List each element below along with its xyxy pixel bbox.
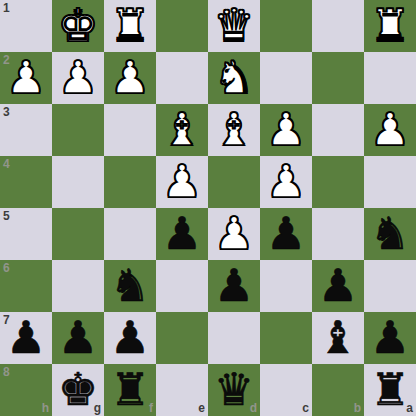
square-c5[interactable]: ♟ <box>260 208 312 260</box>
piece-white-bishop[interactable]: ♝ <box>162 107 202 152</box>
piece-white-pawn[interactable]: ♟ <box>110 55 150 100</box>
square-b5[interactable] <box>312 208 364 260</box>
piece-black-pawn[interactable]: ♟ <box>318 263 358 308</box>
piece-white-rook[interactable]: ♜ <box>110 3 150 48</box>
square-g1[interactable]: ♚ <box>52 0 104 52</box>
square-a2[interactable] <box>364 52 416 104</box>
square-a4[interactable] <box>364 156 416 208</box>
square-d2[interactable]: ♞ <box>208 52 260 104</box>
square-g6[interactable] <box>52 260 104 312</box>
piece-black-pawn[interactable]: ♟ <box>266 211 306 256</box>
square-h4[interactable]: 4 <box>0 156 52 208</box>
square-h2[interactable]: 2♟ <box>0 52 52 104</box>
piece-white-king[interactable]: ♚ <box>58 3 98 48</box>
piece-white-knight[interactable]: ♞ <box>214 55 254 100</box>
square-e5[interactable]: ♟ <box>156 208 208 260</box>
square-b7[interactable]: ♝ <box>312 312 364 364</box>
rank-label-4: 4 <box>3 158 10 170</box>
square-f6[interactable]: ♞ <box>104 260 156 312</box>
piece-white-pawn[interactable]: ♟ <box>266 107 306 152</box>
square-d1[interactable]: ♛ <box>208 0 260 52</box>
square-h5[interactable]: 5 <box>0 208 52 260</box>
square-e3[interactable]: ♝ <box>156 104 208 156</box>
square-b4[interactable] <box>312 156 364 208</box>
square-b2[interactable] <box>312 52 364 104</box>
rank-label-3: 3 <box>3 106 10 118</box>
square-d6[interactable]: ♟ <box>208 260 260 312</box>
square-c8[interactable]: c <box>260 364 312 416</box>
piece-black-queen[interactable]: ♛ <box>214 367 254 412</box>
rank-label-5: 5 <box>3 210 10 222</box>
square-d5[interactable]: ♟ <box>208 208 260 260</box>
square-d8[interactable]: d♛ <box>208 364 260 416</box>
square-f8[interactable]: f♜ <box>104 364 156 416</box>
square-a3[interactable]: ♟ <box>364 104 416 156</box>
piece-black-pawn[interactable]: ♟ <box>110 315 150 360</box>
piece-black-bishop[interactable]: ♝ <box>318 315 358 360</box>
square-a6[interactable] <box>364 260 416 312</box>
square-a5[interactable]: ♞ <box>364 208 416 260</box>
piece-white-rook[interactable]: ♜ <box>370 3 410 48</box>
square-e2[interactable] <box>156 52 208 104</box>
square-g4[interactable] <box>52 156 104 208</box>
square-d4[interactable] <box>208 156 260 208</box>
square-e8[interactable]: e <box>156 364 208 416</box>
square-h7[interactable]: 7♟ <box>0 312 52 364</box>
piece-white-pawn[interactable]: ♟ <box>6 55 46 100</box>
square-c3[interactable]: ♟ <box>260 104 312 156</box>
square-d7[interactable] <box>208 312 260 364</box>
square-a7[interactable]: ♟ <box>364 312 416 364</box>
square-c1[interactable] <box>260 0 312 52</box>
square-f1[interactable]: ♜ <box>104 0 156 52</box>
piece-white-pawn[interactable]: ♟ <box>214 211 254 256</box>
square-a1[interactable]: ♜ <box>364 0 416 52</box>
piece-black-pawn[interactable]: ♟ <box>162 211 202 256</box>
rank-label-1: 1 <box>3 2 10 14</box>
piece-white-pawn[interactable]: ♟ <box>370 107 410 152</box>
square-e4[interactable]: ♟ <box>156 156 208 208</box>
square-f2[interactable]: ♟ <box>104 52 156 104</box>
square-e6[interactable] <box>156 260 208 312</box>
square-g5[interactable] <box>52 208 104 260</box>
square-d3[interactable]: ♝ <box>208 104 260 156</box>
piece-black-rook[interactable]: ♜ <box>110 367 150 412</box>
square-f3[interactable] <box>104 104 156 156</box>
square-c6[interactable] <box>260 260 312 312</box>
piece-black-knight[interactable]: ♞ <box>370 211 410 256</box>
piece-black-pawn[interactable]: ♟ <box>58 315 98 360</box>
piece-white-queen[interactable]: ♛ <box>214 3 254 48</box>
piece-black-rook[interactable]: ♜ <box>370 367 410 412</box>
piece-white-pawn[interactable]: ♟ <box>58 55 98 100</box>
file-label-e: e <box>198 402 205 414</box>
square-b8[interactable]: b <box>312 364 364 416</box>
square-g3[interactable] <box>52 104 104 156</box>
square-c7[interactable] <box>260 312 312 364</box>
file-label-h: h <box>42 402 49 414</box>
square-f5[interactable] <box>104 208 156 260</box>
square-g7[interactable]: ♟ <box>52 312 104 364</box>
file-label-c: c <box>302 402 309 414</box>
square-f7[interactable]: ♟ <box>104 312 156 364</box>
square-g8[interactable]: g♚ <box>52 364 104 416</box>
square-f4[interactable] <box>104 156 156 208</box>
square-h6[interactable]: 6 <box>0 260 52 312</box>
rank-label-6: 6 <box>3 262 10 274</box>
square-b3[interactable] <box>312 104 364 156</box>
square-e7[interactable] <box>156 312 208 364</box>
square-h3[interactable]: 3 <box>0 104 52 156</box>
square-a8[interactable]: a♜ <box>364 364 416 416</box>
square-g2[interactable]: ♟ <box>52 52 104 104</box>
piece-white-pawn[interactable]: ♟ <box>266 159 306 204</box>
square-c4[interactable]: ♟ <box>260 156 312 208</box>
square-e1[interactable] <box>156 0 208 52</box>
file-label-b: b <box>354 402 361 414</box>
square-b6[interactable]: ♟ <box>312 260 364 312</box>
rank-label-8: 8 <box>3 366 10 378</box>
square-h1[interactable]: 1 <box>0 0 52 52</box>
piece-white-pawn[interactable]: ♟ <box>162 159 202 204</box>
piece-black-king[interactable]: ♚ <box>58 367 98 412</box>
piece-black-pawn[interactable]: ♟ <box>370 315 410 360</box>
piece-black-pawn[interactable]: ♟ <box>6 315 46 360</box>
piece-black-knight[interactable]: ♞ <box>110 263 150 308</box>
piece-black-pawn[interactable]: ♟ <box>214 263 254 308</box>
square-h8[interactable]: 8h <box>0 364 52 416</box>
square-b1[interactable] <box>312 0 364 52</box>
chess-board: 1♚♜♛♜2♟♟♟♞3♝♝♟♟4♟♟5♟♟♟♞6♞♟♟7♟♟♟♝♟8hg♚f♜e… <box>0 0 416 416</box>
piece-white-bishop[interactable]: ♝ <box>214 107 254 152</box>
square-c2[interactable] <box>260 52 312 104</box>
